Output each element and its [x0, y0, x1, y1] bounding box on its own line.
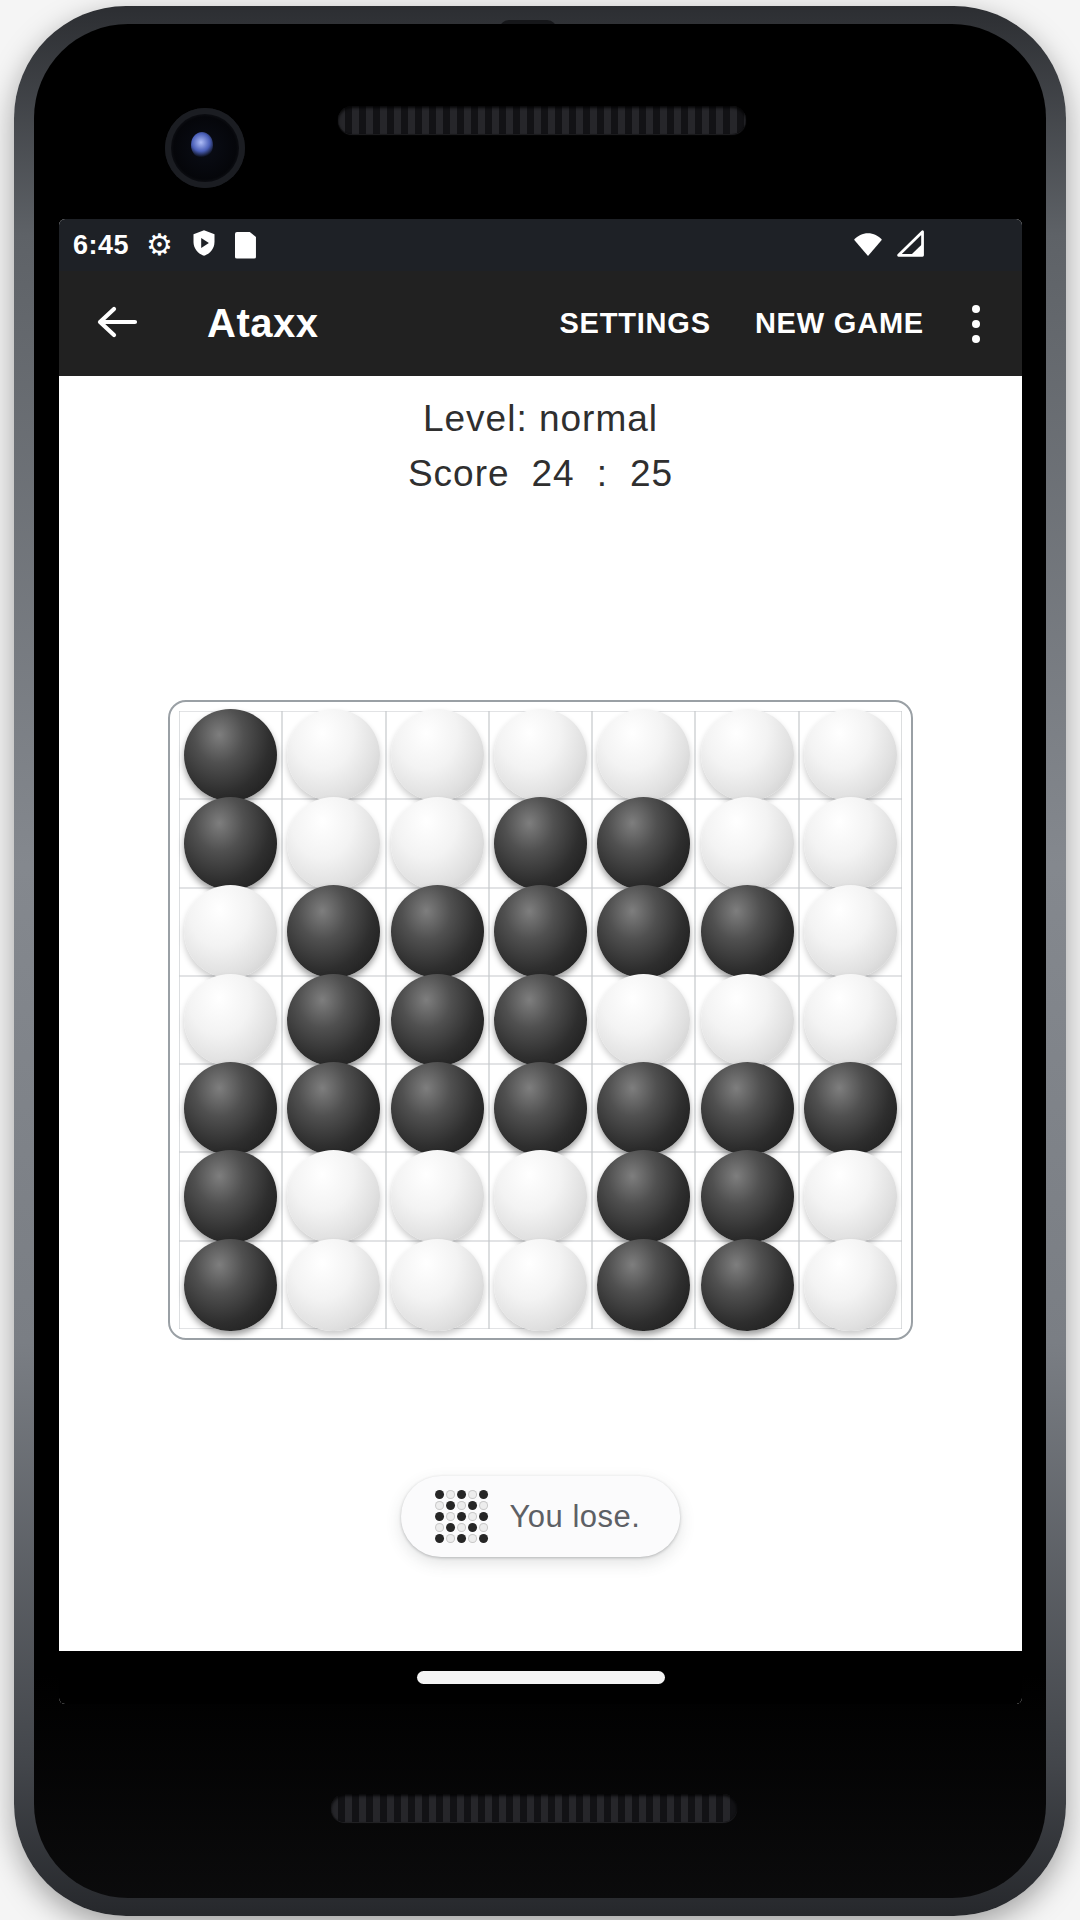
white-piece — [804, 1239, 897, 1332]
white-piece — [597, 974, 690, 1067]
cell-r1c1[interactable] — [179, 711, 282, 799]
cell-r6c7[interactable] — [799, 1152, 902, 1240]
white-piece — [287, 1150, 380, 1243]
cell-r1c3[interactable] — [386, 711, 489, 799]
black-piece — [287, 1062, 380, 1155]
cell-r4c5[interactable] — [592, 976, 695, 1064]
cell-r2c6[interactable] — [695, 799, 798, 887]
white-piece — [391, 709, 484, 802]
phone-frame: 6:45 ⚙ — [14, 6, 1066, 1916]
nav-bar — [59, 1651, 1022, 1704]
cell-r4c1[interactable] — [179, 976, 282, 1064]
cell-r3c6[interactable] — [695, 888, 798, 976]
white-piece — [287, 797, 380, 890]
white-piece — [184, 885, 277, 978]
cell-r4c3[interactable] — [386, 976, 489, 1064]
game-board — [168, 700, 913, 1340]
cell-r5c3[interactable] — [386, 1064, 489, 1152]
cell-r2c7[interactable] — [799, 799, 902, 887]
cell-r6c4[interactable] — [489, 1152, 592, 1240]
black-piece — [597, 1150, 690, 1243]
cell-r2c3[interactable] — [386, 799, 489, 887]
cell-r7c6[interactable] — [695, 1241, 798, 1329]
toast-app-icon — [435, 1490, 488, 1543]
cell-r6c1[interactable] — [179, 1152, 282, 1240]
cell-r5c5[interactable] — [592, 1064, 695, 1152]
play-protect-shield-icon — [190, 228, 218, 262]
white-piece — [391, 1150, 484, 1243]
gear-icon: ⚙ — [146, 230, 173, 260]
cell-r7c1[interactable] — [179, 1241, 282, 1329]
white-piece — [701, 709, 794, 802]
app-bar: Ataxx SETTINGS NEW GAME — [59, 271, 1022, 376]
cell-r4c2[interactable] — [282, 976, 385, 1064]
cell-r1c5[interactable] — [592, 711, 695, 799]
cell-r5c1[interactable] — [179, 1064, 282, 1152]
black-piece — [701, 1150, 794, 1243]
white-piece — [494, 1239, 587, 1332]
black-piece — [184, 797, 277, 890]
cell-r5c2[interactable] — [282, 1064, 385, 1152]
score-right-value: 25 — [630, 453, 673, 495]
black-piece — [701, 1239, 794, 1332]
cell-r1c6[interactable] — [695, 711, 798, 799]
cell-r6c3[interactable] — [386, 1152, 489, 1240]
overflow-menu-button[interactable] — [968, 297, 984, 350]
score-left-value: 24 — [532, 453, 575, 495]
white-piece — [494, 1150, 587, 1243]
cell-r3c2[interactable] — [282, 888, 385, 976]
cell-r6c2[interactable] — [282, 1152, 385, 1240]
cell-r1c7[interactable] — [799, 711, 902, 799]
cell-r3c5[interactable] — [592, 888, 695, 976]
phone-face: 6:45 ⚙ — [34, 24, 1046, 1898]
status-bar: 6:45 ⚙ — [59, 219, 1022, 271]
home-pill[interactable] — [417, 1671, 665, 1684]
black-piece — [494, 885, 587, 978]
screen: 6:45 ⚙ — [59, 219, 1022, 1704]
white-piece — [287, 709, 380, 802]
cell-r7c4[interactable] — [489, 1241, 592, 1329]
white-piece — [701, 974, 794, 1067]
score-text: Score 24 : 25 — [59, 453, 1022, 495]
wifi-icon — [851, 228, 885, 262]
black-piece — [287, 885, 380, 978]
white-piece — [184, 974, 277, 1067]
cell-r4c4[interactable] — [489, 976, 592, 1064]
cell-r3c3[interactable] — [386, 888, 489, 976]
page-background: 6:45 ⚙ — [0, 0, 1080, 1920]
black-piece — [804, 1062, 897, 1155]
black-piece — [701, 1062, 794, 1155]
cellular-signal-icon — [893, 228, 927, 262]
white-piece — [804, 885, 897, 978]
clock: 6:45 — [73, 230, 129, 261]
app-title: Ataxx — [207, 301, 318, 346]
cell-r6c5[interactable] — [592, 1152, 695, 1240]
black-piece — [287, 974, 380, 1067]
cell-r5c4[interactable] — [489, 1064, 592, 1152]
white-piece — [804, 974, 897, 1067]
white-piece — [494, 709, 587, 802]
white-piece — [391, 797, 484, 890]
black-piece — [494, 974, 587, 1067]
cell-r7c5[interactable] — [592, 1241, 695, 1329]
cell-r7c2[interactable] — [282, 1241, 385, 1329]
cell-r3c7[interactable] — [799, 888, 902, 976]
black-piece — [494, 797, 587, 890]
black-piece — [597, 797, 690, 890]
back-button[interactable] — [95, 305, 141, 343]
cell-r6c6[interactable] — [695, 1152, 798, 1240]
cell-r3c4[interactable] — [489, 888, 592, 976]
black-piece — [184, 709, 277, 802]
result-toast: You lose. — [401, 1476, 681, 1557]
black-piece — [597, 1062, 690, 1155]
status-bar-left: 6:45 ⚙ — [73, 228, 256, 262]
bottom-speaker — [331, 1794, 737, 1822]
new-game-button[interactable]: NEW GAME — [755, 307, 924, 340]
black-piece — [184, 1150, 277, 1243]
file-icon — [235, 232, 256, 259]
black-piece — [184, 1239, 277, 1332]
black-piece — [494, 1062, 587, 1155]
white-piece — [391, 1239, 484, 1332]
black-piece — [391, 885, 484, 978]
white-piece — [804, 1150, 897, 1243]
cell-r4c6[interactable] — [695, 976, 798, 1064]
cell-r2c2[interactable] — [282, 799, 385, 887]
toast-message: You lose. — [510, 1499, 641, 1535]
status-bar-right — [851, 228, 927, 262]
black-piece — [391, 974, 484, 1067]
black-piece — [391, 1062, 484, 1155]
cell-r5c6[interactable] — [695, 1064, 798, 1152]
cell-r7c7[interactable] — [799, 1241, 902, 1329]
score-separator: : — [597, 453, 608, 495]
white-piece — [804, 797, 897, 890]
cell-r7c3[interactable] — [386, 1241, 489, 1329]
white-piece — [804, 709, 897, 802]
white-piece — [701, 797, 794, 890]
settings-button[interactable]: SETTINGS — [559, 307, 710, 340]
black-piece — [184, 1062, 277, 1155]
cell-r1c4[interactable] — [489, 711, 592, 799]
score-label: Score — [408, 453, 510, 495]
front-camera-icon — [165, 108, 245, 188]
white-piece — [287, 1239, 380, 1332]
level-text: Level: normal — [59, 398, 1022, 440]
kebab-menu-icon — [972, 305, 980, 313]
cell-r2c4[interactable] — [489, 799, 592, 887]
cell-r1c2[interactable] — [282, 711, 385, 799]
black-piece — [597, 1239, 690, 1332]
white-piece — [597, 709, 690, 802]
earpiece-speaker — [338, 106, 746, 134]
cell-r2c1[interactable] — [179, 799, 282, 887]
black-piece — [701, 885, 794, 978]
cell-r3c1[interactable] — [179, 888, 282, 976]
arrow-left-icon — [95, 305, 139, 343]
black-piece — [597, 885, 690, 978]
game-content: Level: normal Score 24 : 25 You lose. — [59, 376, 1022, 1651]
cell-r2c5[interactable] — [592, 799, 695, 887]
cell-r4c7[interactable] — [799, 976, 902, 1064]
cell-r5c7[interactable] — [799, 1064, 902, 1152]
